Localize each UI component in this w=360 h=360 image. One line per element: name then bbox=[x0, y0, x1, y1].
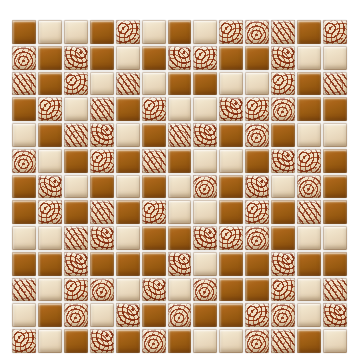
tile-r1c13-swirl bbox=[323, 20, 347, 44]
tile-r6c3-brown bbox=[64, 149, 88, 173]
tile-r12c9-brown bbox=[219, 303, 243, 327]
tile-r4c13-brown bbox=[323, 97, 347, 121]
tile-r3c6-beige bbox=[142, 72, 166, 96]
tile-r2c2-brown bbox=[38, 46, 62, 70]
tile-r5c13-beige bbox=[323, 123, 347, 147]
tile-r6c7-brown bbox=[168, 149, 192, 173]
tile-r11c9-brown bbox=[219, 278, 243, 302]
tile-r7c5-beige bbox=[116, 175, 140, 199]
tile-r1c10-swirl bbox=[245, 20, 269, 44]
tile-r5c8-swirl bbox=[193, 123, 217, 147]
tile-r5c4-swirl bbox=[90, 123, 114, 147]
tile-r10c3-swirl bbox=[64, 252, 88, 276]
tile-r10c9-brown bbox=[219, 252, 243, 276]
tile-r5c10-swirl bbox=[245, 123, 269, 147]
tile-r1c4-brown bbox=[90, 20, 114, 44]
tile-r10c6-brown bbox=[142, 252, 166, 276]
tile-r10c4-brown bbox=[90, 252, 114, 276]
tile-r10c10-brown bbox=[245, 252, 269, 276]
tile-r2c13-beige bbox=[323, 46, 347, 70]
tile-r2c10-brown bbox=[245, 46, 269, 70]
tile-r9c4-swirl bbox=[90, 226, 114, 250]
tile-r7c8-swirl bbox=[193, 175, 217, 199]
tile-r12c8-brown bbox=[193, 303, 217, 327]
tile-r12c6-brown bbox=[142, 303, 166, 327]
tile-r7c9-brown bbox=[219, 175, 243, 199]
tile-r1c6-beige bbox=[142, 20, 166, 44]
tile-r4c11-swirl bbox=[271, 97, 295, 121]
tile-r10c5-brown bbox=[116, 252, 140, 276]
tile-r5c9-brown bbox=[219, 123, 243, 147]
tile-r6c11-swirl bbox=[271, 149, 295, 173]
tile-r5c1-beige bbox=[12, 123, 36, 147]
mosaic-tile-sheet bbox=[12, 20, 347, 353]
tile-r8c12-swirl bbox=[297, 200, 321, 224]
tile-r2c1-swirl bbox=[12, 46, 36, 70]
tile-r3c10-beige bbox=[245, 72, 269, 96]
tile-r2c6-brown bbox=[142, 46, 166, 70]
tile-r6c1-swirl bbox=[12, 149, 36, 173]
tile-r6c4-swirl bbox=[90, 149, 114, 173]
tile-r6c5-brown bbox=[116, 149, 140, 173]
tile-r13c1-swirl bbox=[12, 329, 36, 353]
tile-r4c10-swirl bbox=[245, 97, 269, 121]
tile-r1c5-swirl bbox=[116, 20, 140, 44]
tile-r11c10-brown bbox=[245, 278, 269, 302]
tile-r1c7-brown bbox=[168, 20, 192, 44]
tile-r6c8-beige bbox=[193, 149, 217, 173]
tile-r13c13-beige bbox=[323, 329, 347, 353]
tile-r11c4-swirl bbox=[90, 278, 114, 302]
tile-r6c6-swirl bbox=[142, 149, 166, 173]
tile-r6c9-beige bbox=[219, 149, 243, 173]
tile-r6c13-brown bbox=[323, 149, 347, 173]
tile-r5c11-brown bbox=[271, 123, 295, 147]
tile-r4c4-swirl bbox=[90, 97, 114, 121]
tile-r11c2-beige bbox=[38, 278, 62, 302]
tile-r11c5-beige bbox=[116, 278, 140, 302]
tile-r10c2-brown bbox=[38, 252, 62, 276]
tile-r7c2-swirl bbox=[38, 175, 62, 199]
tile-r5c5-beige bbox=[116, 123, 140, 147]
tile-r7c10-swirl bbox=[245, 175, 269, 199]
tile-r3c12-brown bbox=[297, 72, 321, 96]
tile-r3c7-brown bbox=[168, 72, 192, 96]
tile-r12c4-beige bbox=[90, 303, 114, 327]
tile-r8c1-brown bbox=[12, 200, 36, 224]
tile-r12c3-swirl bbox=[64, 303, 88, 327]
tile-r1c2-beige bbox=[38, 20, 62, 44]
tile-r1c8-beige bbox=[193, 20, 217, 44]
tile-r2c9-brown bbox=[219, 46, 243, 70]
tile-r4c3-beige bbox=[64, 97, 88, 121]
tile-r6c12-swirl bbox=[297, 149, 321, 173]
tile-r13c2-beige bbox=[38, 329, 62, 353]
tile-r13c3-brown bbox=[64, 329, 88, 353]
tile-r4c7-beige bbox=[168, 97, 192, 121]
tile-r3c1-swirl bbox=[12, 72, 36, 96]
tile-r8c3-brown bbox=[64, 200, 88, 224]
tile-r9c6-brown bbox=[142, 226, 166, 250]
tile-r3c2-brown bbox=[38, 72, 62, 96]
tile-r8c10-swirl bbox=[245, 200, 269, 224]
tile-r12c7-swirl bbox=[168, 303, 192, 327]
tile-r13c12-brown bbox=[297, 329, 321, 353]
tile-r8c5-brown bbox=[116, 200, 140, 224]
tile-r9c9-swirl bbox=[219, 226, 243, 250]
tile-r10c11-swirl bbox=[271, 252, 295, 276]
tile-r5c12-beige bbox=[297, 123, 321, 147]
tile-r8c11-brown bbox=[271, 200, 295, 224]
tile-r1c1-brown bbox=[12, 20, 36, 44]
tile-r3c11-swirl bbox=[271, 72, 295, 96]
tile-r3c5-swirl bbox=[116, 72, 140, 96]
tile-r13c10-swirl bbox=[245, 329, 269, 353]
tile-r3c9-beige bbox=[219, 72, 243, 96]
tile-r11c8-swirl bbox=[193, 278, 217, 302]
tile-r4c9-swirl bbox=[219, 97, 243, 121]
tile-r7c3-beige bbox=[64, 175, 88, 199]
product-photo-background bbox=[0, 0, 360, 360]
tile-r9c2-beige bbox=[38, 226, 62, 250]
tile-r8c7-beige bbox=[168, 200, 192, 224]
tile-r6c10-brown bbox=[245, 149, 269, 173]
tile-r9c13-beige bbox=[323, 226, 347, 250]
tile-r4c6-swirl bbox=[142, 97, 166, 121]
tile-r12c2-brown bbox=[38, 303, 62, 327]
tile-r2c12-beige bbox=[297, 46, 321, 70]
tile-r13c5-brown bbox=[116, 329, 140, 353]
tile-r4c8-beige bbox=[193, 97, 217, 121]
tile-r11c13-swirl bbox=[323, 278, 347, 302]
tile-r8c13-brown bbox=[323, 200, 347, 224]
tile-r7c4-brown bbox=[90, 175, 114, 199]
tile-r13c7-brown bbox=[168, 329, 192, 353]
tile-r2c5-beige bbox=[116, 46, 140, 70]
tile-r9c3-swirl bbox=[64, 226, 88, 250]
tile-r8c2-swirl bbox=[38, 200, 62, 224]
tile-r1c12-brown bbox=[297, 20, 321, 44]
tile-r5c7-swirl bbox=[168, 123, 192, 147]
tile-r9c10-swirl bbox=[245, 226, 269, 250]
tile-r9c8-swirl bbox=[193, 226, 217, 250]
tile-r5c6-brown bbox=[142, 123, 166, 147]
tile-r9c7-brown bbox=[168, 226, 192, 250]
tile-r7c6-brown bbox=[142, 175, 166, 199]
tile-r12c11-swirl bbox=[271, 303, 295, 327]
tile-r3c13-swirl bbox=[323, 72, 347, 96]
tile-r13c6-swirl bbox=[142, 329, 166, 353]
tile-r4c2-swirl bbox=[38, 97, 62, 121]
tile-r10c7-swirl bbox=[168, 252, 192, 276]
tile-r13c11-swirl bbox=[271, 329, 295, 353]
tile-r4c1-brown bbox=[12, 97, 36, 121]
tile-r11c3-swirl bbox=[64, 278, 88, 302]
tile-r2c4-brown bbox=[90, 46, 114, 70]
tile-r1c3-beige bbox=[64, 20, 88, 44]
tile-r7c7-beige bbox=[168, 175, 192, 199]
tile-r2c7-swirl bbox=[168, 46, 192, 70]
tile-r7c11-beige bbox=[271, 175, 295, 199]
tile-r11c12-beige bbox=[297, 278, 321, 302]
tile-r7c1-brown bbox=[12, 175, 36, 199]
tile-r1c9-swirl bbox=[219, 20, 243, 44]
tile-r10c13-brown bbox=[323, 252, 347, 276]
tile-r13c4-swirl bbox=[90, 329, 114, 353]
tile-r5c3-swirl bbox=[64, 123, 88, 147]
tile-r11c1-swirl bbox=[12, 278, 36, 302]
tile-r3c8-brown bbox=[193, 72, 217, 96]
tile-r3c4-beige bbox=[90, 72, 114, 96]
tile-r9c5-beige bbox=[116, 226, 140, 250]
tile-r2c3-swirl bbox=[64, 46, 88, 70]
tile-r6c2-beige bbox=[38, 149, 62, 173]
tile-r9c11-brown bbox=[271, 226, 295, 250]
tile-r13c9-beige bbox=[219, 329, 243, 353]
tile-r7c12-swirl bbox=[297, 175, 321, 199]
tile-r11c7-beige bbox=[168, 278, 192, 302]
tile-r8c8-beige bbox=[193, 200, 217, 224]
tile-r11c11-swirl bbox=[271, 278, 295, 302]
tile-r3c3-swirl bbox=[64, 72, 88, 96]
tile-r9c1-beige bbox=[12, 226, 36, 250]
tile-r10c8-beige bbox=[193, 252, 217, 276]
tile-r2c11-swirl bbox=[271, 46, 295, 70]
tile-r7c13-brown bbox=[323, 175, 347, 199]
tile-r9c12-beige bbox=[297, 226, 321, 250]
tile-r13c8-beige bbox=[193, 329, 217, 353]
tile-r12c10-swirl bbox=[245, 303, 269, 327]
tile-r5c2-brown bbox=[38, 123, 62, 147]
tile-r11c6-swirl bbox=[142, 278, 166, 302]
tile-r4c12-brown bbox=[297, 97, 321, 121]
tile-r10c1-brown bbox=[12, 252, 36, 276]
tile-r8c9-brown bbox=[219, 200, 243, 224]
tile-r2c8-swirl bbox=[193, 46, 217, 70]
tile-r12c12-beige bbox=[297, 303, 321, 327]
tile-r12c1-beige bbox=[12, 303, 36, 327]
tile-r12c13-swirl bbox=[323, 303, 347, 327]
tile-r10c12-brown bbox=[297, 252, 321, 276]
tile-r12c5-swirl bbox=[116, 303, 140, 327]
tile-r4c5-brown bbox=[116, 97, 140, 121]
tile-r8c4-swirl bbox=[90, 200, 114, 224]
tile-r8c6-swirl bbox=[142, 200, 166, 224]
tile-r1c11-swirl bbox=[271, 20, 295, 44]
